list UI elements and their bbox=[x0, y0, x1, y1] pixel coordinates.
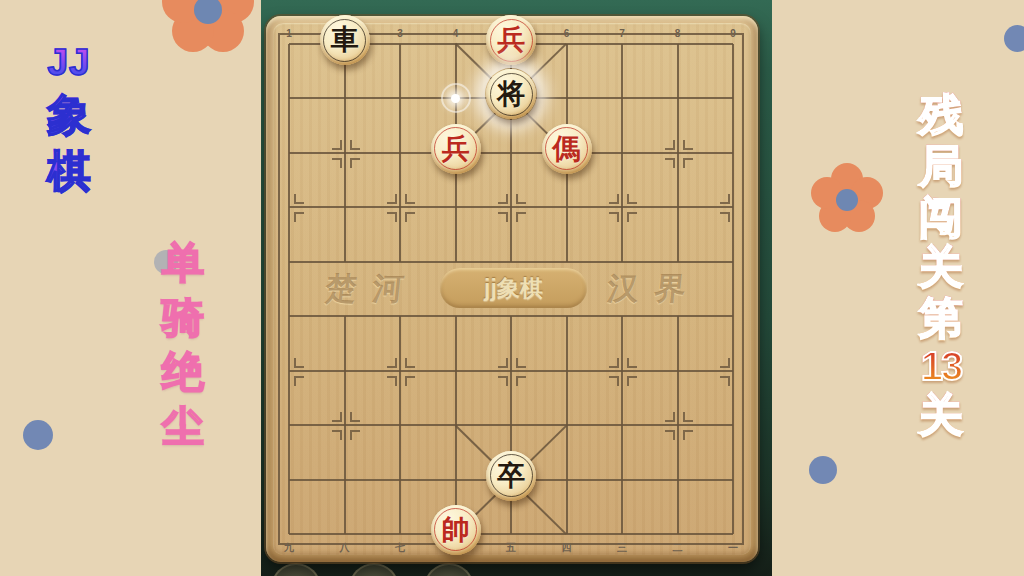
position-mark bbox=[665, 430, 675, 440]
position-mark bbox=[720, 212, 730, 222]
position-mark bbox=[609, 194, 619, 204]
grid-vline bbox=[621, 316, 623, 534]
left-subtitle-char: 单 bbox=[162, 241, 204, 285]
piece-black-chariot[interactable]: 車 bbox=[320, 15, 370, 65]
piece-red-soldier-a[interactable]: 兵 bbox=[486, 15, 536, 65]
file-label-bottom: 九 bbox=[284, 541, 294, 555]
position-mark bbox=[350, 430, 360, 440]
position-mark bbox=[683, 158, 693, 168]
position-mark bbox=[405, 376, 415, 386]
position-mark bbox=[665, 140, 675, 150]
flower-decoration-top bbox=[153, 0, 263, 70]
grid-vline bbox=[399, 316, 401, 534]
position-mark bbox=[627, 194, 637, 204]
grid-vline bbox=[344, 44, 346, 262]
flower-decoration-right bbox=[805, 160, 890, 242]
position-mark bbox=[609, 212, 619, 222]
bottom-bar-button[interactable] bbox=[349, 563, 399, 576]
river-logo-text: jj象棋 bbox=[484, 273, 543, 304]
position-mark bbox=[720, 194, 730, 204]
position-mark bbox=[405, 358, 415, 368]
position-mark bbox=[498, 194, 508, 204]
left-title-char: JJ bbox=[47, 44, 90, 82]
right-caption-char: 闯 bbox=[919, 194, 963, 240]
position-mark bbox=[332, 158, 342, 168]
piece-glyph: 帥 bbox=[442, 511, 470, 549]
position-mark bbox=[609, 376, 619, 386]
position-mark bbox=[294, 194, 304, 204]
left-subtitle-char: 骑 bbox=[162, 296, 204, 340]
piece-glyph: 傌 bbox=[553, 130, 581, 168]
file-label-bottom: 二 bbox=[673, 541, 683, 555]
position-mark bbox=[683, 140, 693, 150]
left-subtitle-column: 单骑绝尘 bbox=[162, 241, 204, 449]
river-logo-pill: jj象棋 bbox=[440, 268, 587, 308]
position-mark bbox=[332, 412, 342, 422]
grid-vline bbox=[288, 44, 290, 534]
piece-glyph: 卒 bbox=[497, 457, 525, 495]
grid-vline bbox=[677, 44, 679, 262]
piece-red-general[interactable]: 帥 bbox=[431, 505, 481, 555]
position-mark bbox=[516, 358, 526, 368]
position-mark bbox=[387, 358, 397, 368]
position-mark bbox=[294, 358, 304, 368]
position-mark bbox=[387, 212, 397, 222]
right-caption-char: 第 bbox=[919, 295, 963, 341]
grid-vline bbox=[344, 316, 346, 534]
position-mark bbox=[332, 430, 342, 440]
piece-glyph: 車 bbox=[331, 21, 359, 59]
position-mark bbox=[665, 412, 675, 422]
left-title-column: JJ象棋 bbox=[47, 44, 91, 194]
dot-decoration bbox=[809, 456, 837, 484]
position-mark bbox=[609, 358, 619, 368]
piece-black-soldier[interactable]: 卒 bbox=[486, 451, 536, 501]
right-caption-char: 关 bbox=[919, 244, 963, 290]
right-caption-char: 13 bbox=[921, 346, 962, 388]
position-mark bbox=[516, 194, 526, 204]
river-text: 楚 bbox=[323, 268, 358, 310]
river-text: 界 bbox=[652, 268, 687, 310]
file-label-bottom: 三 bbox=[617, 541, 627, 555]
position-mark bbox=[720, 376, 730, 386]
file-label-bottom: 七 bbox=[395, 541, 405, 555]
board-grid: jj象棋 123456789九八七六五四三二一楚河汉界車兵将兵傌卒帥 bbox=[289, 44, 733, 534]
grid-vline bbox=[621, 44, 623, 262]
position-mark bbox=[294, 212, 304, 222]
left-subtitle-char: 尘 bbox=[162, 405, 204, 449]
position-mark bbox=[627, 358, 637, 368]
piece-glyph: 兵 bbox=[442, 130, 470, 168]
file-label-bottom: 八 bbox=[340, 541, 350, 555]
file-label-top: 4 bbox=[453, 28, 459, 39]
grid-vline bbox=[677, 316, 679, 534]
file-label-bottom: 一 bbox=[728, 541, 738, 555]
river-text: 汉 bbox=[605, 268, 640, 310]
right-caption-char: 关 bbox=[919, 392, 963, 438]
position-mark bbox=[683, 412, 693, 422]
left-title-char: 棋 bbox=[47, 148, 91, 194]
bottom-bar-button[interactable] bbox=[271, 563, 321, 576]
piece-black-general[interactable]: 将 bbox=[486, 69, 536, 119]
file-label-top: 6 bbox=[564, 28, 570, 39]
left-title-char: 象 bbox=[47, 92, 91, 138]
file-label-top: 1 bbox=[286, 28, 292, 39]
grid-vline bbox=[732, 44, 734, 534]
piece-glyph: 将 bbox=[497, 75, 525, 113]
position-mark bbox=[405, 212, 415, 222]
right-caption-char: 局 bbox=[919, 143, 963, 189]
river-text: 河 bbox=[370, 268, 405, 310]
dot-decoration bbox=[23, 420, 53, 450]
position-mark bbox=[350, 412, 360, 422]
position-mark bbox=[627, 376, 637, 386]
position-mark bbox=[387, 376, 397, 386]
position-mark bbox=[720, 358, 730, 368]
dot-decoration bbox=[1004, 25, 1024, 52]
file-label-top: 9 bbox=[730, 28, 736, 39]
file-label-bottom: 四 bbox=[562, 541, 572, 555]
position-mark bbox=[516, 376, 526, 386]
position-mark bbox=[350, 140, 360, 150]
file-label-top: 3 bbox=[397, 28, 403, 39]
position-mark bbox=[350, 158, 360, 168]
position-mark bbox=[627, 212, 637, 222]
xiangqi-board[interactable]: jj象棋 123456789九八七六五四三二一楚河汉界車兵将兵傌卒帥 bbox=[266, 16, 758, 562]
position-mark bbox=[405, 194, 415, 204]
file-label-top: 8 bbox=[675, 28, 681, 39]
right-caption-char: 残 bbox=[919, 92, 963, 138]
position-mark bbox=[516, 212, 526, 222]
position-mark bbox=[332, 140, 342, 150]
piece-glyph: 兵 bbox=[497, 21, 525, 59]
file-label-top: 7 bbox=[619, 28, 625, 39]
position-mark bbox=[498, 376, 508, 386]
position-mark bbox=[498, 358, 508, 368]
position-mark bbox=[498, 212, 508, 222]
left-subtitle-char: 绝 bbox=[162, 350, 204, 394]
piece-red-horse[interactable]: 傌 bbox=[542, 124, 592, 174]
move-hint-core bbox=[451, 94, 460, 103]
position-mark bbox=[665, 158, 675, 168]
bottom-bar-button[interactable] bbox=[424, 563, 474, 576]
position-mark bbox=[683, 430, 693, 440]
move-hint-dot bbox=[441, 83, 471, 113]
right-caption-column: 残局闯关第13关 bbox=[919, 92, 963, 438]
position-mark bbox=[387, 194, 397, 204]
game-screenshot-area: jj象棋 123456789九八七六五四三二一楚河汉界車兵将兵傌卒帥 bbox=[261, 0, 772, 576]
piece-red-soldier-b[interactable]: 兵 bbox=[431, 124, 481, 174]
grid-vline bbox=[399, 44, 401, 262]
file-label-bottom: 五 bbox=[506, 541, 516, 555]
screen: JJ象棋 单骑绝尘 残局闯关第13关 jj象棋 123456789九八七六五四三… bbox=[0, 0, 1024, 576]
position-mark bbox=[294, 376, 304, 386]
